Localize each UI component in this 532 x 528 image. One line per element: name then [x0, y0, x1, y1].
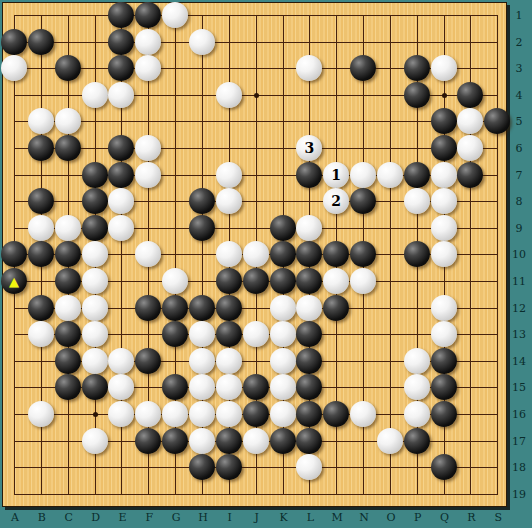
stone-white-D4[interactable]: [82, 82, 108, 108]
stone-black-E6[interactable]: [108, 135, 134, 161]
stone-black-P17[interactable]: [404, 428, 430, 454]
stone-white-O17[interactable]: [377, 428, 403, 454]
stone-black-B12[interactable]: [28, 295, 54, 321]
stone-white-K13[interactable]: [270, 321, 296, 347]
stone-black-C14[interactable]: [55, 348, 81, 374]
stone-black-D8[interactable]: [82, 188, 108, 214]
stone-white-G11[interactable]: [162, 268, 188, 294]
stone-black-C10[interactable]: [55, 241, 81, 267]
stone-black-E7[interactable]: [108, 162, 134, 188]
stone-black-L15[interactable]: [296, 374, 322, 400]
stone-black-C11[interactable]: [55, 268, 81, 294]
triangle-marker: ▲: [9, 275, 19, 288]
row-label: 2: [507, 36, 531, 49]
column-label: H: [193, 511, 213, 524]
column-label: J: [247, 511, 267, 524]
grid-line: [14, 494, 498, 495]
stone-white-B16[interactable]: [28, 401, 54, 427]
stone-white-C12[interactable]: [55, 295, 81, 321]
stone-white-F16[interactable]: [135, 401, 161, 427]
column-label: M: [327, 511, 347, 524]
column-label: E: [112, 511, 132, 524]
stone-white-D14[interactable]: [82, 348, 108, 374]
stone-white-N11[interactable]: [350, 268, 376, 294]
stone-black-H12[interactable]: [189, 295, 215, 321]
stone-black-N10[interactable]: [350, 241, 376, 267]
row-label: 16: [507, 408, 531, 421]
stone-white-H16[interactable]: [189, 401, 215, 427]
stone-black-H9[interactable]: [189, 215, 215, 241]
stone-black-F17[interactable]: [135, 428, 161, 454]
row-label: 19: [507, 488, 531, 501]
stone-black-L14[interactable]: [296, 348, 322, 374]
stone-black-Q6[interactable]: [431, 135, 457, 161]
stone-white-D12[interactable]: [82, 295, 108, 321]
stone-white-P15[interactable]: [404, 374, 430, 400]
stone-white-D10[interactable]: [82, 241, 108, 267]
stone-white-P8[interactable]: [404, 188, 430, 214]
stone-black-L7[interactable]: [296, 162, 322, 188]
row-label: 17: [507, 435, 531, 448]
stone-white-I8[interactable]: [216, 188, 242, 214]
stone-black-Q15[interactable]: [431, 374, 457, 400]
stone-white-Q8[interactable]: [431, 188, 457, 214]
stone-black-E1[interactable]: [108, 2, 134, 28]
column-label: Q: [435, 511, 455, 524]
stone-white-H17[interactable]: [189, 428, 215, 454]
stone-black-C15[interactable]: [55, 374, 81, 400]
stone-white-I4[interactable]: [216, 82, 242, 108]
board-frame: 312▲ ABCDEFGHIJKLMNOPQRS1234567891011121…: [0, 0, 532, 528]
stone-white-F3[interactable]: [135, 55, 161, 81]
stone-white-Q13[interactable]: [431, 321, 457, 347]
column-label: G: [166, 511, 186, 524]
stone-white-R6[interactable]: [457, 135, 483, 161]
stone-white-K15[interactable]: [270, 374, 296, 400]
stone-white-M7[interactable]: 1: [323, 162, 349, 188]
row-label: 8: [507, 195, 531, 208]
stone-black-R7[interactable]: [457, 162, 483, 188]
stone-white-E16[interactable]: [108, 401, 134, 427]
stone-white-L3[interactable]: [296, 55, 322, 81]
stone-white-H13[interactable]: [189, 321, 215, 347]
row-label: 11: [507, 275, 531, 288]
stone-black-P4[interactable]: [404, 82, 430, 108]
stone-white-O7[interactable]: [377, 162, 403, 188]
stone-black-Q14[interactable]: [431, 348, 457, 374]
row-label: 7: [507, 169, 531, 182]
stone-black-B6[interactable]: [28, 135, 54, 161]
column-label: P: [408, 511, 428, 524]
stone-white-I14[interactable]: [216, 348, 242, 374]
row-label: 13: [507, 328, 531, 341]
stone-white-B9[interactable]: [28, 215, 54, 241]
stone-black-R4[interactable]: [457, 82, 483, 108]
move-number-label: 3: [304, 141, 314, 155]
column-label: O: [381, 511, 401, 524]
stone-black-C3[interactable]: [55, 55, 81, 81]
grid-line: [14, 467, 498, 468]
column-label: L: [300, 511, 320, 524]
stone-black-F14[interactable]: [135, 348, 161, 374]
stone-black-H8[interactable]: [189, 188, 215, 214]
stone-white-C5[interactable]: [55, 108, 81, 134]
column-label: A: [5, 511, 25, 524]
stone-black-K10[interactable]: [270, 241, 296, 267]
stone-black-L16[interactable]: [296, 401, 322, 427]
row-label: 1: [507, 9, 531, 22]
stone-white-C9[interactable]: [55, 215, 81, 241]
stone-white-P16[interactable]: [404, 401, 430, 427]
grid-line: [497, 15, 498, 495]
stone-white-B13[interactable]: [28, 321, 54, 347]
stone-white-F10[interactable]: [135, 241, 161, 267]
row-label: 6: [507, 142, 531, 155]
stone-white-H15[interactable]: [189, 374, 215, 400]
stone-white-K12[interactable]: [270, 295, 296, 321]
row-label: 10: [507, 248, 531, 261]
row-label: 5: [507, 115, 531, 128]
stone-white-K16[interactable]: [270, 401, 296, 427]
stone-black-M10[interactable]: [323, 241, 349, 267]
stone-white-N7[interactable]: [350, 162, 376, 188]
stone-white-E15[interactable]: [108, 374, 134, 400]
stone-black-A11[interactable]: ▲: [1, 268, 27, 294]
stone-white-E4[interactable]: [108, 82, 134, 108]
stone-white-N16[interactable]: [350, 401, 376, 427]
stone-black-C6[interactable]: [55, 135, 81, 161]
stone-black-L10[interactable]: [296, 241, 322, 267]
stone-white-D11[interactable]: [82, 268, 108, 294]
stone-black-A10[interactable]: [1, 241, 27, 267]
stone-black-L17[interactable]: [296, 428, 322, 454]
stone-black-P7[interactable]: [404, 162, 430, 188]
column-label: B: [32, 511, 52, 524]
stone-white-L6[interactable]: 3: [296, 135, 322, 161]
stone-black-L13[interactable]: [296, 321, 322, 347]
row-label: 15: [507, 381, 531, 394]
stone-white-Q7[interactable]: [431, 162, 457, 188]
stone-white-Q3[interactable]: [431, 55, 457, 81]
hoshi-point: [254, 93, 259, 98]
stone-black-D7[interactable]: [82, 162, 108, 188]
stone-white-M11[interactable]: [323, 268, 349, 294]
stone-white-J10[interactable]: [243, 241, 269, 267]
stone-black-N8[interactable]: [350, 188, 376, 214]
stone-black-K11[interactable]: [270, 268, 296, 294]
stone-black-E2[interactable]: [108, 29, 134, 55]
stone-black-G17[interactable]: [162, 428, 188, 454]
row-label: 18: [507, 461, 531, 474]
hoshi-point: [442, 93, 447, 98]
stone-black-F1[interactable]: [135, 2, 161, 28]
stone-white-K14[interactable]: [270, 348, 296, 374]
stone-white-M8[interactable]: 2: [323, 188, 349, 214]
stone-white-L12[interactable]: [296, 295, 322, 321]
stone-black-F12[interactable]: [135, 295, 161, 321]
stone-black-M16[interactable]: [323, 401, 349, 427]
stone-black-C13[interactable]: [55, 321, 81, 347]
goban[interactable]: 312▲: [2, 2, 507, 507]
stone-white-J17[interactable]: [243, 428, 269, 454]
move-number-label: 1: [331, 168, 341, 182]
stone-black-Q18[interactable]: [431, 454, 457, 480]
stone-white-G16[interactable]: [162, 401, 188, 427]
stone-black-K9[interactable]: [270, 215, 296, 241]
hoshi-point: [93, 412, 98, 417]
column-label: F: [139, 511, 159, 524]
stone-white-R5[interactable]: [457, 108, 483, 134]
stone-black-P3[interactable]: [404, 55, 430, 81]
column-label: D: [86, 511, 106, 524]
stone-white-D13[interactable]: [82, 321, 108, 347]
stone-black-J11[interactable]: [243, 268, 269, 294]
stone-black-I13[interactable]: [216, 321, 242, 347]
row-label: 12: [507, 302, 531, 315]
stone-black-H18[interactable]: [189, 454, 215, 480]
stone-white-B5[interactable]: [28, 108, 54, 134]
stone-white-L9[interactable]: [296, 215, 322, 241]
move-number-label: 2: [331, 194, 341, 208]
row-label: 4: [507, 89, 531, 102]
stone-white-H14[interactable]: [189, 348, 215, 374]
column-label: R: [461, 511, 481, 524]
stone-white-Q12[interactable]: [431, 295, 457, 321]
stone-white-E8[interactable]: [108, 188, 134, 214]
stone-white-L18[interactable]: [296, 454, 322, 480]
stone-white-I10[interactable]: [216, 241, 242, 267]
stone-white-F7[interactable]: [135, 162, 161, 188]
row-label: 14: [507, 355, 531, 368]
stone-black-J16[interactable]: [243, 401, 269, 427]
column-label: I: [220, 511, 240, 524]
stone-black-L11[interactable]: [296, 268, 322, 294]
stone-black-G12[interactable]: [162, 295, 188, 321]
stone-white-E9[interactable]: [108, 215, 134, 241]
stone-black-E3[interactable]: [108, 55, 134, 81]
column-label: K: [274, 511, 294, 524]
stone-white-I15[interactable]: [216, 374, 242, 400]
stone-black-B10[interactable]: [28, 241, 54, 267]
stone-black-J15[interactable]: [243, 374, 269, 400]
stone-black-I17[interactable]: [216, 428, 242, 454]
column-label: S: [488, 511, 508, 524]
stone-white-F2[interactable]: [135, 29, 161, 55]
stone-black-Q5[interactable]: [431, 108, 457, 134]
stone-black-G13[interactable]: [162, 321, 188, 347]
stone-black-G15[interactable]: [162, 374, 188, 400]
stone-black-Q16[interactable]: [431, 401, 457, 427]
stone-white-A3[interactable]: [1, 55, 27, 81]
stone-black-B2[interactable]: [28, 29, 54, 55]
stone-white-Q10[interactable]: [431, 241, 457, 267]
stone-white-F6[interactable]: [135, 135, 161, 161]
column-label: N: [354, 511, 374, 524]
stone-white-J13[interactable]: [243, 321, 269, 347]
stone-white-P14[interactable]: [404, 348, 430, 374]
stone-white-Q9[interactable]: [431, 215, 457, 241]
stone-black-D15[interactable]: [82, 374, 108, 400]
stone-black-B8[interactable]: [28, 188, 54, 214]
stone-black-I11[interactable]: [216, 268, 242, 294]
stone-black-K17[interactable]: [270, 428, 296, 454]
stone-white-I7[interactable]: [216, 162, 242, 188]
column-label: C: [59, 511, 79, 524]
stone-white-I16[interactable]: [216, 401, 242, 427]
stone-black-M12[interactable]: [323, 295, 349, 321]
stone-black-D9[interactable]: [82, 215, 108, 241]
stone-white-H2[interactable]: [189, 29, 215, 55]
stone-black-A2[interactable]: [1, 29, 27, 55]
stone-black-I12[interactable]: [216, 295, 242, 321]
stone-black-N3[interactable]: [350, 55, 376, 81]
stone-white-G1[interactable]: [162, 2, 188, 28]
grid-line: [390, 15, 391, 495]
stone-black-I18[interactable]: [216, 454, 242, 480]
row-label: 9: [507, 222, 531, 235]
stone-white-D17[interactable]: [82, 428, 108, 454]
stone-white-E14[interactable]: [108, 348, 134, 374]
stone-black-P10[interactable]: [404, 241, 430, 267]
row-label: 3: [507, 62, 531, 75]
